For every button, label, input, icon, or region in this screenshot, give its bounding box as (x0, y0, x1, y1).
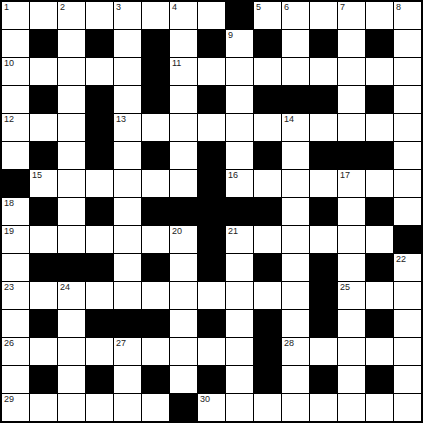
cell-r2c3[interactable] (58, 30, 85, 57)
black-cell-r14c14 (366, 366, 393, 393)
cell-r6c11[interactable] (282, 142, 309, 169)
cell-r14c3[interactable] (58, 366, 85, 393)
cell-r15c3[interactable] (58, 394, 85, 421)
black-cell-r6c2 (30, 142, 57, 169)
cell-r7c10[interactable] (254, 170, 281, 197)
cell-r9c3[interactable] (58, 226, 85, 253)
cell-r3c15[interactable] (394, 58, 421, 85)
cell-r15c10[interactable] (254, 394, 281, 421)
black-cell-r4c12 (310, 86, 337, 113)
cell-r15c1[interactable]: 29 (2, 394, 29, 421)
cell-r7c12[interactable] (310, 170, 337, 197)
cell-r1c10[interactable]: 5 (254, 2, 281, 29)
cell-r12c1[interactable] (2, 310, 29, 337)
cell-r2c9[interactable]: 9 (226, 30, 253, 57)
cell-r14c1[interactable] (2, 366, 29, 393)
cell-r5c10[interactable] (254, 114, 281, 141)
black-cell-r14c6 (142, 366, 169, 393)
clue-number: 13 (116, 114, 126, 125)
cell-r3c12[interactable] (310, 58, 337, 85)
clue-number: 22 (396, 254, 406, 265)
crossword-puzzle: 1234567891011121314151617181920212223242… (0, 0, 423, 423)
cell-r14c13[interactable] (338, 366, 365, 393)
cell-r1c2[interactable] (30, 2, 57, 29)
cell-r13c8[interactable] (198, 338, 225, 365)
cell-r3c9[interactable] (226, 58, 253, 85)
cell-r13c1[interactable]: 26 (2, 338, 29, 365)
cell-r5c11[interactable]: 14 (282, 114, 309, 141)
cell-r9c11[interactable] (282, 226, 309, 253)
cell-r7c14[interactable] (366, 170, 393, 197)
black-cell-r9c15 (394, 226, 421, 253)
cell-r1c4[interactable] (86, 2, 113, 29)
cell-r1c5[interactable]: 3 (114, 2, 141, 29)
cell-r7c2[interactable]: 15 (30, 170, 57, 197)
cell-r13c11[interactable]: 28 (282, 338, 309, 365)
black-cell-r4c10 (254, 86, 281, 113)
cell-r5c5[interactable]: 13 (114, 114, 141, 141)
cell-r3c4[interactable] (86, 58, 113, 85)
clue-number: 8 (396, 2, 401, 13)
cell-r6c1[interactable] (2, 142, 29, 169)
black-cell-r8c7 (170, 198, 197, 225)
black-cell-r4c14 (366, 86, 393, 113)
cell-r15c5[interactable] (114, 394, 141, 421)
cell-r4c15[interactable] (394, 86, 421, 113)
black-cell-r2c6 (142, 30, 169, 57)
black-cell-r11c12 (310, 282, 337, 309)
cell-r12c13[interactable] (338, 310, 365, 337)
cell-r2c11[interactable] (282, 30, 309, 57)
clue-number: 4 (172, 2, 177, 13)
cell-r8c3[interactable] (58, 198, 85, 225)
cell-r11c9[interactable] (226, 282, 253, 309)
clue-number: 26 (4, 338, 14, 349)
cell-r4c3[interactable] (58, 86, 85, 113)
cell-r15c12[interactable] (310, 394, 337, 421)
cell-r6c5[interactable] (114, 142, 141, 169)
cell-r12c15[interactable] (394, 310, 421, 337)
black-cell-r12c14 (366, 310, 393, 337)
black-cell-r8c9 (226, 198, 253, 225)
cell-r11c14[interactable] (366, 282, 393, 309)
black-cell-r1c9 (226, 2, 253, 29)
black-cell-r10c12 (310, 254, 337, 281)
black-cell-r10c6 (142, 254, 169, 281)
black-cell-r12c8 (198, 310, 225, 337)
black-cell-r8c4 (86, 198, 113, 225)
cell-r10c5[interactable] (114, 254, 141, 281)
cell-r7c13[interactable]: 17 (338, 170, 365, 197)
clue-number: 12 (4, 114, 14, 125)
cell-r6c15[interactable] (394, 142, 421, 169)
cell-r10c9[interactable] (226, 254, 253, 281)
clue-number: 11 (172, 58, 181, 69)
cell-r10c11[interactable] (282, 254, 309, 281)
black-cell-r10c4 (86, 254, 113, 281)
cell-r9c13[interactable] (338, 226, 365, 253)
cell-r3c8[interactable] (198, 58, 225, 85)
cell-r11c7[interactable] (170, 282, 197, 309)
black-cell-r2c10 (254, 30, 281, 57)
cell-r11c5[interactable] (114, 282, 141, 309)
clue-number: 5 (256, 2, 261, 13)
cell-r4c9[interactable] (226, 86, 253, 113)
black-cell-r2c2 (30, 30, 57, 57)
black-cell-r9c8 (198, 226, 225, 253)
black-cell-r10c8 (198, 254, 225, 281)
cell-r12c9[interactable] (226, 310, 253, 337)
cell-r8c5[interactable] (114, 198, 141, 225)
black-cell-r2c14 (366, 30, 393, 57)
cell-r4c13[interactable] (338, 86, 365, 113)
black-cell-r2c4 (86, 30, 113, 57)
black-cell-r8c10 (254, 198, 281, 225)
cell-r7c15[interactable] (394, 170, 421, 197)
clue-number: 24 (60, 282, 70, 293)
clue-number: 10 (4, 58, 14, 69)
cell-r15c2[interactable] (30, 394, 57, 421)
cell-r6c7[interactable] (170, 142, 197, 169)
cell-r11c1[interactable]: 23 (2, 282, 29, 309)
cell-r13c14[interactable] (366, 338, 393, 365)
cell-r15c4[interactable] (86, 394, 113, 421)
cell-r1c13[interactable]: 7 (338, 2, 365, 29)
cell-r12c11[interactable] (282, 310, 309, 337)
clue-number: 3 (116, 2, 121, 13)
cell-r11c4[interactable] (86, 282, 113, 309)
cell-r3c3[interactable] (58, 58, 85, 85)
cell-r9c12[interactable] (310, 226, 337, 253)
black-cell-r8c12 (310, 198, 337, 225)
cell-r3c5[interactable] (114, 58, 141, 85)
black-cell-r4c8 (198, 86, 225, 113)
cell-r13c13[interactable] (338, 338, 365, 365)
clue-number: 29 (4, 394, 14, 405)
clue-number: 16 (228, 170, 238, 181)
cell-r5c15[interactable] (394, 114, 421, 141)
cell-r1c6[interactable] (142, 2, 169, 29)
cell-r8c15[interactable] (394, 198, 421, 225)
cell-r1c1[interactable]: 1 (2, 2, 29, 29)
black-cell-r6c14 (366, 142, 393, 169)
cell-r3c1[interactable]: 10 (2, 58, 29, 85)
clue-number: 25 (340, 282, 350, 293)
cell-r13c5[interactable]: 27 (114, 338, 141, 365)
cell-r10c1[interactable] (2, 254, 29, 281)
black-cell-r6c12 (310, 142, 337, 169)
black-cell-r10c2 (30, 254, 57, 281)
black-cell-r4c6 (142, 86, 169, 113)
cell-r9c10[interactable] (254, 226, 281, 253)
cell-r14c9[interactable] (226, 366, 253, 393)
clue-number: 23 (4, 282, 14, 293)
cell-r13c15[interactable] (394, 338, 421, 365)
cell-r11c3[interactable]: 24 (58, 282, 85, 309)
black-cell-r2c8 (198, 30, 225, 57)
cell-r5c7[interactable] (170, 114, 197, 141)
clue-number: 28 (284, 338, 294, 349)
cell-r15c9[interactable] (226, 394, 253, 421)
clue-number: 15 (32, 170, 42, 181)
black-cell-r7c8 (198, 170, 225, 197)
cell-r11c6[interactable] (142, 282, 169, 309)
cell-r1c7[interactable]: 4 (170, 2, 197, 29)
cell-r9c5[interactable] (114, 226, 141, 253)
clue-number: 1 (4, 2, 9, 13)
clue-number: 18 (4, 198, 14, 209)
cell-r1c11[interactable]: 6 (282, 2, 309, 29)
crossword-grid: 1234567891011121314151617181920212223242… (0, 0, 423, 423)
cell-r13c12[interactable] (310, 338, 337, 365)
cell-r1c15[interactable]: 8 (394, 2, 421, 29)
black-cell-r6c10 (254, 142, 281, 169)
cell-r13c9[interactable] (226, 338, 253, 365)
cell-r3c13[interactable] (338, 58, 365, 85)
cell-r13c2[interactable] (30, 338, 57, 365)
cell-r2c5[interactable] (114, 30, 141, 57)
black-cell-r3c6 (142, 58, 169, 85)
black-cell-r2c12 (310, 30, 337, 57)
cell-r11c2[interactable] (30, 282, 57, 309)
black-cell-r8c14 (366, 198, 393, 225)
black-cell-r10c3 (58, 254, 85, 281)
cell-r1c14[interactable] (366, 2, 393, 29)
cell-r15c8[interactable]: 30 (198, 394, 225, 421)
cell-r5c9[interactable] (226, 114, 253, 141)
cell-r15c11[interactable] (282, 394, 309, 421)
black-cell-r6c13 (338, 142, 365, 169)
cell-r13c4[interactable] (86, 338, 113, 365)
cell-r3c14[interactable] (366, 58, 393, 85)
cell-r9c2[interactable] (30, 226, 57, 253)
cell-r5c12[interactable] (310, 114, 337, 141)
black-cell-r8c6 (142, 198, 169, 225)
cell-r9c4[interactable] (86, 226, 113, 253)
cell-r2c13[interactable] (338, 30, 365, 57)
cell-r9c14[interactable] (366, 226, 393, 253)
cell-r5c14[interactable] (366, 114, 393, 141)
cell-r8c13[interactable] (338, 198, 365, 225)
cell-r5c2[interactable] (30, 114, 57, 141)
cell-r9c9[interactable]: 21 (226, 226, 253, 253)
cell-r1c8[interactable] (198, 2, 225, 29)
cell-r14c5[interactable] (114, 366, 141, 393)
cell-r1c3[interactable]: 2 (58, 2, 85, 29)
cell-r8c11[interactable] (282, 198, 309, 225)
black-cell-r7c1 (2, 170, 29, 197)
clue-number: 30 (200, 394, 210, 405)
black-cell-r6c4 (86, 142, 113, 169)
cell-r5c1[interactable]: 12 (2, 114, 29, 141)
cell-r7c3[interactable] (58, 170, 85, 197)
black-cell-r12c6 (142, 310, 169, 337)
cell-r10c7[interactable] (170, 254, 197, 281)
clue-number: 2 (60, 2, 65, 13)
cell-r3c2[interactable] (30, 58, 57, 85)
black-cell-r4c11 (282, 86, 309, 113)
cell-r13c7[interactable] (170, 338, 197, 365)
black-cell-r12c4 (86, 310, 113, 337)
cell-r2c15[interactable] (394, 30, 421, 57)
cell-r6c9[interactable] (226, 142, 253, 169)
cell-r3c10[interactable] (254, 58, 281, 85)
black-cell-r15c7 (170, 394, 197, 421)
cell-r9c6[interactable] (142, 226, 169, 253)
black-cell-r13c10 (254, 338, 281, 365)
cell-r11c11[interactable] (282, 282, 309, 309)
cell-r9c1[interactable]: 19 (2, 226, 29, 253)
black-cell-r8c8 (198, 198, 225, 225)
cell-r11c10[interactable] (254, 282, 281, 309)
black-cell-r12c12 (310, 310, 337, 337)
clue-number: 20 (172, 226, 182, 237)
cell-r14c11[interactable] (282, 366, 309, 393)
cell-r7c6[interactable] (142, 170, 169, 197)
clue-number: 7 (340, 2, 345, 13)
cell-r11c8[interactable] (198, 282, 225, 309)
black-cell-r14c4 (86, 366, 113, 393)
black-cell-r12c5 (114, 310, 141, 337)
cell-r15c6[interactable] (142, 394, 169, 421)
black-cell-r8c2 (30, 198, 57, 225)
clue-number: 6 (284, 2, 289, 13)
black-cell-r14c8 (198, 366, 225, 393)
cell-r15c13[interactable] (338, 394, 365, 421)
black-cell-r12c10 (254, 310, 281, 337)
cell-r7c7[interactable] (170, 170, 197, 197)
cell-r11c15[interactable] (394, 282, 421, 309)
cell-r3c11[interactable] (282, 58, 309, 85)
cell-r2c7[interactable] (170, 30, 197, 57)
black-cell-r14c10 (254, 366, 281, 393)
clue-number: 14 (284, 114, 294, 125)
black-cell-r4c2 (30, 86, 57, 113)
black-cell-r6c8 (198, 142, 225, 169)
cell-r11c13[interactable]: 25 (338, 282, 365, 309)
cell-r5c6[interactable] (142, 114, 169, 141)
cell-r6c3[interactable] (58, 142, 85, 169)
cell-r7c9[interactable]: 16 (226, 170, 253, 197)
cell-r2c1[interactable] (2, 30, 29, 57)
cell-r7c11[interactable] (282, 170, 309, 197)
clue-number: 9 (228, 30, 233, 41)
cell-r5c13[interactable] (338, 114, 365, 141)
black-cell-r5c4 (86, 114, 113, 141)
cell-r12c7[interactable] (170, 310, 197, 337)
cell-r15c15[interactable] (394, 394, 421, 421)
clue-number: 21 (228, 226, 238, 237)
cell-r4c1[interactable] (2, 86, 29, 113)
cell-r10c13[interactable] (338, 254, 365, 281)
cell-r15c14[interactable] (366, 394, 393, 421)
cell-r12c3[interactable] (58, 310, 85, 337)
cell-r13c3[interactable] (58, 338, 85, 365)
black-cell-r10c14 (366, 254, 393, 281)
cell-r14c7[interactable] (170, 366, 197, 393)
cell-r14c15[interactable] (394, 366, 421, 393)
clue-number: 27 (116, 338, 126, 349)
cell-r4c5[interactable] (114, 86, 141, 113)
cell-r10c15[interactable]: 22 (394, 254, 421, 281)
clue-number: 19 (4, 226, 14, 237)
cell-r13c6[interactable] (142, 338, 169, 365)
cell-r4c7[interactable] (170, 86, 197, 113)
clue-number: 17 (340, 170, 350, 181)
cell-r5c8[interactable] (198, 114, 225, 141)
cell-r5c3[interactable] (58, 114, 85, 141)
cell-r8c1[interactable]: 18 (2, 198, 29, 225)
black-cell-r14c2 (30, 366, 57, 393)
cell-r9c7[interactable]: 20 (170, 226, 197, 253)
black-cell-r12c2 (30, 310, 57, 337)
black-cell-r4c4 (86, 86, 113, 113)
black-cell-r10c10 (254, 254, 281, 281)
cell-r7c4[interactable] (86, 170, 113, 197)
cell-r3c7[interactable]: 11 (170, 58, 197, 85)
black-cell-r14c12 (310, 366, 337, 393)
cell-r7c5[interactable] (114, 170, 141, 197)
black-cell-r6c6 (142, 142, 169, 169)
cell-r1c12[interactable] (310, 2, 337, 29)
